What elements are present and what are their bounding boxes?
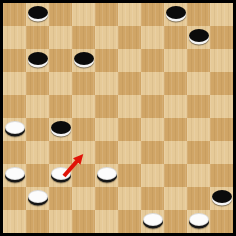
square-r4c0: [3, 95, 26, 118]
square-r3c4[interactable]: [95, 72, 118, 95]
black-man[interactable]: [212, 190, 232, 203]
black-man[interactable]: [166, 6, 186, 19]
white-man[interactable]: [28, 190, 48, 203]
square-r6c4: [95, 141, 118, 164]
square-r1c4[interactable]: [95, 26, 118, 49]
square-r0c6: [141, 3, 164, 26]
square-r0c2: [49, 3, 72, 26]
square-r7c8[interactable]: [187, 164, 210, 187]
square-r9c2[interactable]: [49, 210, 72, 233]
square-r6c8: [187, 141, 210, 164]
square-r8c5[interactable]: [118, 187, 141, 210]
square-r1c7: [164, 26, 187, 49]
square-r1c0[interactable]: [3, 26, 26, 49]
square-r5c0[interactable]: [3, 118, 26, 141]
square-r7c7: [164, 164, 187, 187]
square-r4c2: [49, 95, 72, 118]
square-r2c1[interactable]: [26, 49, 49, 72]
square-r0c0: [3, 3, 26, 26]
square-r9c7: [164, 210, 187, 233]
square-r2c7[interactable]: [164, 49, 187, 72]
square-r8c0: [3, 187, 26, 210]
square-r8c2: [49, 187, 72, 210]
square-r1c2[interactable]: [49, 26, 72, 49]
white-man[interactable]: [51, 167, 71, 180]
square-r0c3[interactable]: [72, 3, 95, 26]
square-r3c8[interactable]: [187, 72, 210, 95]
draughts-board: [0, 0, 236, 236]
square-r1c5: [118, 26, 141, 49]
square-r5c4[interactable]: [95, 118, 118, 141]
square-r7c4[interactable]: [95, 164, 118, 187]
white-man[interactable]: [5, 121, 25, 134]
square-r4c7[interactable]: [164, 95, 187, 118]
square-r0c9[interactable]: [210, 3, 233, 26]
white-man[interactable]: [97, 167, 117, 180]
white-man[interactable]: [189, 213, 209, 226]
square-r2c2: [49, 49, 72, 72]
square-r2c8: [187, 49, 210, 72]
square-r8c7[interactable]: [164, 187, 187, 210]
square-r0c5[interactable]: [118, 3, 141, 26]
square-r8c3[interactable]: [72, 187, 95, 210]
square-r0c1[interactable]: [26, 3, 49, 26]
square-r5c8[interactable]: [187, 118, 210, 141]
square-r5c9: [210, 118, 233, 141]
square-r9c8[interactable]: [187, 210, 210, 233]
square-r8c1[interactable]: [26, 187, 49, 210]
square-r3c6[interactable]: [141, 72, 164, 95]
square-r1c1: [26, 26, 49, 49]
square-r5c5: [118, 118, 141, 141]
square-r5c6[interactable]: [141, 118, 164, 141]
square-r5c2[interactable]: [49, 118, 72, 141]
square-r2c3[interactable]: [72, 49, 95, 72]
square-r8c4: [95, 187, 118, 210]
square-r5c7: [164, 118, 187, 141]
white-man[interactable]: [143, 213, 163, 226]
square-r3c1: [26, 72, 49, 95]
screenshot-stage: [0, 0, 236, 236]
square-r6c1[interactable]: [26, 141, 49, 164]
square-r2c4: [95, 49, 118, 72]
white-man[interactable]: [5, 167, 25, 180]
square-r9c4[interactable]: [95, 210, 118, 233]
square-r9c5: [118, 210, 141, 233]
square-r4c3[interactable]: [72, 95, 95, 118]
square-r5c1: [26, 118, 49, 141]
square-r4c6: [141, 95, 164, 118]
square-r0c4: [95, 3, 118, 26]
square-r3c0[interactable]: [3, 72, 26, 95]
square-r0c8: [187, 3, 210, 26]
square-r3c7: [164, 72, 187, 95]
black-man[interactable]: [28, 52, 48, 65]
square-r9c0[interactable]: [3, 210, 26, 233]
square-r7c3: [72, 164, 95, 187]
square-r2c5[interactable]: [118, 49, 141, 72]
square-r9c6[interactable]: [141, 210, 164, 233]
square-r9c9: [210, 210, 233, 233]
square-r3c9: [210, 72, 233, 95]
square-r2c6: [141, 49, 164, 72]
square-r1c3: [72, 26, 95, 49]
black-man[interactable]: [51, 121, 71, 134]
square-r9c3: [72, 210, 95, 233]
square-r8c6: [141, 187, 164, 210]
square-r1c6[interactable]: [141, 26, 164, 49]
black-man[interactable]: [28, 6, 48, 19]
square-r6c5[interactable]: [118, 141, 141, 164]
square-r0c7[interactable]: [164, 3, 187, 26]
square-r4c5[interactable]: [118, 95, 141, 118]
square-r9c1: [26, 210, 49, 233]
square-r7c6[interactable]: [141, 164, 164, 187]
square-r8c9[interactable]: [210, 187, 233, 210]
square-r7c2[interactable]: [49, 164, 72, 187]
square-r2c9[interactable]: [210, 49, 233, 72]
square-r1c9: [210, 26, 233, 49]
square-r5c3: [72, 118, 95, 141]
square-r6c0: [3, 141, 26, 164]
square-r4c4: [95, 95, 118, 118]
square-r6c3[interactable]: [72, 141, 95, 164]
square-r7c9: [210, 164, 233, 187]
square-r6c7[interactable]: [164, 141, 187, 164]
square-r6c2: [49, 141, 72, 164]
square-r8c8: [187, 187, 210, 210]
square-r3c2[interactable]: [49, 72, 72, 95]
black-man[interactable]: [74, 52, 94, 65]
square-r7c1: [26, 164, 49, 187]
square-r7c0[interactable]: [3, 164, 26, 187]
square-r6c9[interactable]: [210, 141, 233, 164]
square-r4c9[interactable]: [210, 95, 233, 118]
square-r3c5: [118, 72, 141, 95]
square-r3c3: [72, 72, 95, 95]
square-r6c6: [141, 141, 164, 164]
square-r4c8: [187, 95, 210, 118]
square-r4c1[interactable]: [26, 95, 49, 118]
square-r2c0: [3, 49, 26, 72]
square-r1c8[interactable]: [187, 26, 210, 49]
black-man[interactable]: [189, 29, 209, 42]
square-r7c5: [118, 164, 141, 187]
